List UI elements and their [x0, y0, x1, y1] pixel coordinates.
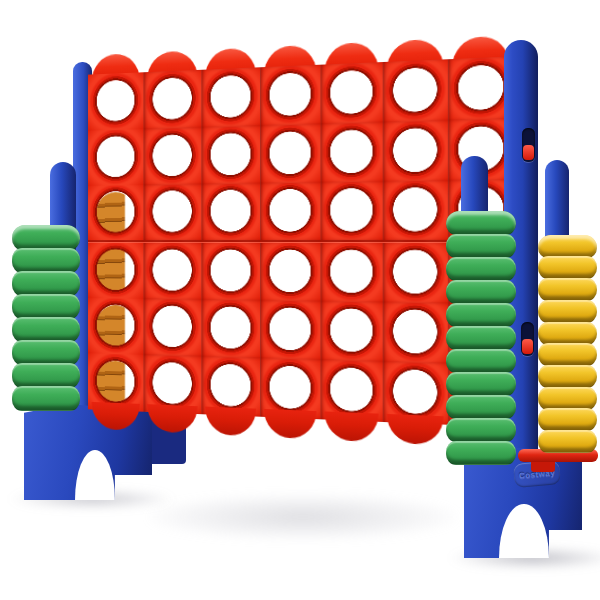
- floor-shadow-center: [148, 494, 458, 540]
- stack-right-front: [446, 212, 516, 465]
- board-cell-r5c6: [383, 302, 447, 364]
- yellow-disc: [538, 430, 597, 453]
- hole-rim: [260, 65, 321, 126]
- green-disc: [446, 257, 516, 281]
- board-cell-r5c2: [144, 299, 201, 357]
- board-cell-r4c2: [144, 242, 201, 299]
- hole-rim: [383, 302, 447, 364]
- hole-rim: [260, 300, 321, 360]
- green-disc: [446, 349, 516, 373]
- hole-rim: [321, 182, 384, 242]
- scallop-bump: [205, 407, 256, 437]
- scallop-bump: [147, 404, 197, 433]
- yellow-disc: [538, 322, 597, 345]
- scallop-bump: [325, 411, 379, 442]
- green-disc: [12, 317, 80, 342]
- board-cell-r1c6: [383, 59, 447, 122]
- yellow-disc: [538, 387, 597, 410]
- hole-rim: [144, 299, 201, 357]
- hole-rim: [383, 59, 447, 122]
- board-cell-r3c6: [383, 181, 447, 242]
- hole-rim: [144, 242, 201, 299]
- board-cell-r1c1: [88, 72, 144, 130]
- yellow-disc: [538, 278, 597, 301]
- left-leg-arch-cutout: [75, 450, 115, 500]
- slider-slot-top: [522, 128, 535, 162]
- board-cell-r2c1: [88, 129, 144, 186]
- hole-rim: [201, 242, 260, 300]
- green-disc: [446, 441, 516, 465]
- yellow-disc: [538, 256, 597, 279]
- green-disc: [446, 418, 516, 442]
- board-cell-r3c3: [201, 184, 260, 242]
- yellow-disc: [538, 300, 597, 323]
- green-disc: [12, 271, 80, 296]
- board-cell-r3c5: [321, 182, 384, 242]
- yellow-disc: [538, 343, 597, 366]
- green-disc: [446, 326, 516, 350]
- yellow-disc: [538, 235, 597, 258]
- board-cell-r2c4: [260, 124, 321, 184]
- board-cell-r4c6: [383, 242, 447, 303]
- hole-rim: [144, 185, 201, 242]
- board-cell-r2c5: [321, 122, 384, 183]
- green-disc: [12, 294, 80, 319]
- green-disc: [446, 303, 516, 327]
- board-cell-r3c2: [144, 185, 201, 242]
- hole-rim: [201, 67, 260, 127]
- board-cell-r5c1: [88, 298, 144, 355]
- hole-rim: [88, 298, 144, 355]
- board-cell-r3c4: [260, 183, 321, 242]
- slider-handle-middle[interactable]: [522, 339, 533, 354]
- scallop-bump: [92, 402, 141, 431]
- green-disc: [446, 280, 516, 304]
- hole-rim: [321, 62, 384, 124]
- board-cell-r4c3: [201, 242, 260, 300]
- hole-rim: [88, 72, 144, 130]
- board-cell-r5c3: [201, 299, 260, 358]
- green-disc: [12, 248, 80, 273]
- hole-rim: [88, 242, 144, 299]
- green-disc: [12, 225, 80, 250]
- hole-rim: [383, 242, 447, 303]
- right-leg-arch-cutout: [499, 504, 549, 558]
- hole-rim: [201, 299, 260, 358]
- board-cell-r2c6: [383, 120, 447, 182]
- board-cell-r4c5: [321, 242, 384, 302]
- board-cell-r1c5: [321, 62, 384, 124]
- product-photo-giant-connect-four: Costway: [0, 0, 600, 600]
- board-cell-r1c2: [144, 70, 201, 129]
- board-cell-r5c4: [260, 300, 321, 360]
- board-cell-r2c2: [144, 127, 201, 185]
- slider-handle-top[interactable]: [523, 145, 534, 160]
- hole-rim: [260, 183, 321, 242]
- hole-rim: [144, 127, 201, 185]
- green-disc: [12, 340, 80, 365]
- slider-slot-middle: [521, 322, 534, 356]
- board-cell-r1c4: [260, 65, 321, 126]
- board-cell-r5c5: [321, 301, 384, 362]
- hole-rim: [88, 185, 144, 242]
- green-disc: [446, 395, 516, 419]
- green-disc: [446, 234, 516, 258]
- hole-rim: [260, 242, 321, 301]
- green-disc: [446, 211, 516, 235]
- scallop-bump: [264, 409, 317, 439]
- board-cell-r1c3: [201, 67, 260, 127]
- board-cell-r2c3: [201, 126, 260, 185]
- hole-rim: [88, 129, 144, 186]
- hole-rim: [260, 124, 321, 184]
- green-disc: [446, 372, 516, 396]
- yellow-disc: [538, 408, 597, 431]
- stack-right-rear: [538, 236, 597, 453]
- stack-left-front: [12, 227, 80, 411]
- hole-rim: [201, 126, 260, 185]
- yellow-disc: [538, 365, 597, 388]
- hole-rim: [321, 242, 384, 302]
- board-cell-r4c1: [88, 242, 144, 299]
- hole-rim: [321, 301, 384, 362]
- board-cell-r3c1: [88, 185, 144, 242]
- green-disc: [12, 363, 80, 388]
- scallop-bump: [387, 414, 443, 445]
- hole-rim: [321, 122, 384, 183]
- hole-rim: [383, 181, 447, 242]
- hole-rim: [383, 120, 447, 182]
- hole-rim: [201, 184, 260, 242]
- hole-rim: [144, 70, 201, 129]
- green-disc: [12, 386, 80, 411]
- board-cell-r4c4: [260, 242, 321, 301]
